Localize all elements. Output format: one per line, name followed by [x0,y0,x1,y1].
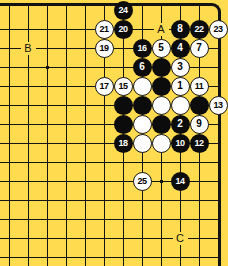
stone-white-plain-P15 [133,77,152,96]
point-label-A: A [154,23,169,36]
stone-black-move-2-R13: 2 [171,115,190,134]
stone-black-plain-S14 [190,96,209,115]
stone-white-move-11-S15: 11 [190,77,209,96]
move-number: 23 [214,25,223,34]
move-number: 6 [139,62,145,72]
stone-white-plain-P12 [133,134,152,153]
stone-black-plain-Q13 [152,115,171,134]
move-number: 19 [100,44,109,53]
stone-white-move-25-P10: 25 [133,172,152,191]
move-number: 8 [177,24,183,34]
move-number: 14 [176,177,185,186]
stone-white-move-17-N15: 17 [95,77,114,96]
stone-black-plain-O14 [114,96,133,115]
stone-white-move-21-N18: 21 [95,20,114,39]
stone-white-plain-Q14 [152,96,171,115]
stone-white-plain-P13 [133,115,152,134]
move-number: 9 [196,119,202,129]
stone-black-move-10-R12: 10 [171,134,190,153]
stone-black-move-22-S18: 22 [190,20,209,39]
move-number: 15 [119,82,128,91]
move-number: 1 [177,81,183,91]
move-number: 4 [177,43,183,53]
stone-white-move-15-O15: 15 [114,77,133,96]
point-label-B: B [21,42,36,55]
stone-black-move-6-P16: 6 [133,58,152,77]
point-label-C: C [173,232,188,245]
move-number: 12 [195,139,204,148]
move-number: 25 [138,177,147,186]
move-number: 5 [158,43,164,53]
stone-black-move-12-S12: 12 [190,134,209,153]
stone-white-plain-R14 [171,96,190,115]
stone-black-move-20-O18: 20 [114,20,133,39]
move-number: 11 [195,82,203,91]
stone-white-move-5-Q17: 5 [152,39,171,58]
move-number: 22 [195,25,204,34]
stone-white-move-1-R15: 1 [171,77,190,96]
move-number: 13 [214,101,223,110]
move-number: 16 [138,44,147,53]
move-number: 18 [119,139,128,148]
stone-black-move-24-O19: 24 [114,1,133,20]
move-number: 7 [196,43,202,53]
stone-white-move-3-R16: 3 [171,58,190,77]
stone-black-move-18-O12: 18 [114,134,133,153]
move-number: 10 [176,139,185,148]
move-number: 17 [100,82,109,91]
star-point-K16 [46,66,49,69]
move-number: 3 [177,62,183,72]
stone-white-move-9-S13: 9 [190,115,209,134]
stone-black-plain-Q15 [152,77,171,96]
go-board-diagram: ABC1234567891011121314151617181920212223… [0,0,228,266]
stone-black-move-14-R10: 14 [171,172,190,191]
star-point-Q10 [160,180,163,183]
stone-black-move-8-R18: 8 [171,20,190,39]
move-number: 21 [100,25,109,34]
stone-white-move-13-T14: 13 [209,96,228,115]
stone-white-move-23-T18: 23 [209,20,228,39]
stone-black-move-16-P17: 16 [133,39,152,58]
stone-white-move-7-S17: 7 [190,39,209,58]
move-number: 24 [119,6,128,15]
stone-black-plain-P14 [133,96,152,115]
stone-black-plain-Q16 [152,58,171,77]
stone-black-plain-O13 [114,115,133,134]
stone-black-move-4-R17: 4 [171,39,190,58]
move-number: 20 [119,25,128,34]
move-number: 2 [177,119,183,129]
stone-white-move-19-N17: 19 [95,39,114,58]
stone-white-plain-Q12 [152,134,171,153]
